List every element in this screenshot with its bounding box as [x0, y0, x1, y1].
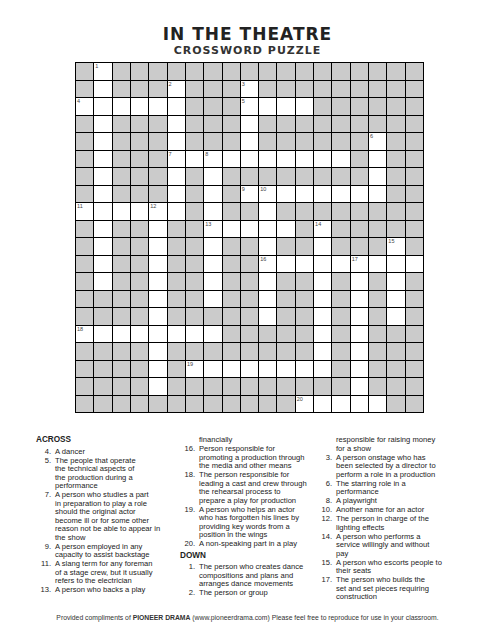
grid-cell-blocked: [204, 98, 221, 115]
grid-cell-open[interactable]: [296, 151, 313, 168]
grid-cell-open[interactable]: [94, 203, 111, 220]
grid-cell-open[interactable]: [351, 273, 368, 290]
grid-cell-open[interactable]: [241, 116, 258, 133]
grid-cell-open[interactable]: 20: [296, 396, 313, 413]
grid-cell-blocked: [296, 168, 313, 185]
grid-cell-blocked: [332, 221, 349, 238]
grid-cell-open[interactable]: [314, 326, 331, 343]
grid-cell-blocked: [387, 378, 404, 395]
grid-cell-open[interactable]: [149, 256, 166, 273]
grid-cell-blocked: [387, 63, 404, 80]
grid-cell-blocked: [223, 168, 240, 185]
grid-cell-open[interactable]: [332, 256, 349, 273]
grid-cell-blocked: [204, 378, 221, 395]
clue-number: 14: [315, 221, 321, 227]
grid-cell-open[interactable]: [186, 151, 203, 168]
grid-cell-open[interactable]: 6: [369, 133, 386, 150]
grid-cell-open[interactable]: [94, 256, 111, 273]
grid-cell-open[interactable]: [314, 238, 331, 255]
grid-cell-blocked: [277, 133, 294, 150]
clue-number: 10: [260, 186, 266, 192]
grid-cell-open[interactable]: [259, 151, 276, 168]
grid-cell-open[interactable]: [241, 151, 258, 168]
grid-cell-blocked: [259, 116, 276, 133]
grid-cell-open[interactable]: [241, 361, 258, 378]
grid-cell-blocked: [277, 308, 294, 325]
clue-item: 15.A person who escorts people totheir s…: [317, 559, 465, 576]
clue-item-number: 15.: [317, 559, 336, 576]
grid-cell-blocked: [241, 63, 258, 80]
grid-cell-open[interactable]: [204, 273, 221, 290]
grid-cell-blocked: [113, 151, 130, 168]
grid-cell-open[interactable]: [113, 98, 130, 115]
grid-cell-blocked: [259, 133, 276, 150]
grid-cell-blocked: [76, 133, 93, 150]
grid-cell-open[interactable]: 13: [204, 221, 221, 238]
grid-cell-open[interactable]: [204, 168, 221, 185]
grid-cell-blocked: [113, 133, 130, 150]
clue-item-number: 7.: [36, 491, 55, 542]
grid-cell-blocked: [223, 186, 240, 203]
grid-cell-open[interactable]: [149, 273, 166, 290]
grid-cell-open[interactable]: [369, 396, 386, 413]
grid-cell-blocked: [131, 378, 148, 395]
clue-item-number: 14.: [317, 533, 336, 559]
grid-cell-blocked: [131, 361, 148, 378]
grid-cell-blocked: [149, 186, 166, 203]
grid-cell-open[interactable]: [314, 256, 331, 273]
grid-cell-blocked: [332, 361, 349, 378]
grid-cell-open[interactable]: [314, 273, 331, 290]
clue-number: 18: [77, 326, 83, 332]
grid-cell-blocked: [94, 291, 111, 308]
grid-cell-blocked: [314, 81, 331, 98]
footer-credit: Provided compliments of PIONEER DRAMA (w…: [0, 614, 495, 621]
grid-cell-blocked: [241, 168, 258, 185]
grid-cell-blocked: [186, 168, 203, 185]
grid-cell-open[interactable]: [94, 238, 111, 255]
grid-cell-blocked: [223, 326, 240, 343]
grid-cell-open[interactable]: [332, 396, 349, 413]
clue-item-text: The people that operatethe technical asp…: [55, 457, 182, 491]
clue-item-number: 1.: [180, 563, 199, 589]
grid-cell-open[interactable]: [94, 326, 111, 343]
grid-cell-blocked: [94, 308, 111, 325]
clue-number: 4: [77, 98, 80, 104]
grid-cell-blocked: [406, 238, 423, 255]
grid-cell-open[interactable]: [223, 151, 240, 168]
grid-cell-open[interactable]: 5: [241, 98, 258, 115]
grid-cell-blocked: [314, 203, 331, 220]
grid-cell-open[interactable]: [296, 361, 313, 378]
grid-cell-blocked: [204, 81, 221, 98]
grid-cell-open[interactable]: [351, 378, 368, 395]
clue-item-number: 12.: [317, 515, 336, 532]
grid-cell-open[interactable]: [94, 186, 111, 203]
grid-cell-open[interactable]: [259, 98, 276, 115]
grid-cell-blocked: [296, 133, 313, 150]
grid-cell-open[interactable]: [387, 256, 404, 273]
grid-cell-blocked: [259, 343, 276, 360]
grid-cell-open[interactable]: [204, 291, 221, 308]
grid-cell-blocked: [406, 116, 423, 133]
grid-cell-open[interactable]: [149, 378, 166, 395]
grid-cell-blocked: [241, 378, 258, 395]
grid-cell-open[interactable]: [94, 133, 111, 150]
grid-cell-blocked: [223, 63, 240, 80]
grid-cell-open[interactable]: 7: [168, 151, 185, 168]
clue-item-number: 19.: [180, 506, 199, 540]
grid-cell-open[interactable]: [277, 186, 294, 203]
grid-cell-open[interactable]: 3: [241, 81, 258, 98]
clue-item-number: 20.: [180, 540, 199, 549]
grid-cell-open[interactable]: [204, 186, 221, 203]
grid-cell-open[interactable]: [277, 151, 294, 168]
grid-cell-blocked: [387, 116, 404, 133]
grid-cell-open[interactable]: [241, 221, 258, 238]
grid-cell-blocked: [332, 343, 349, 360]
grid-cell-open[interactable]: [314, 308, 331, 325]
grid-cell-open[interactable]: [94, 151, 111, 168]
grid-cell-blocked: [223, 378, 240, 395]
grid-cell-blocked: [332, 63, 349, 80]
grid-cell-blocked: [406, 81, 423, 98]
grid-cell-blocked: [406, 378, 423, 395]
grid-cell-open[interactable]: [314, 361, 331, 378]
grid-cell-open[interactable]: 14: [314, 221, 331, 238]
grid-cell-open[interactable]: [259, 361, 276, 378]
grid-cell-open[interactable]: [369, 256, 386, 273]
grid-cell-open[interactable]: [351, 291, 368, 308]
grid-cell-open[interactable]: [351, 186, 368, 203]
grid-cell-blocked: [168, 63, 185, 80]
clue-number: 7: [169, 151, 172, 157]
grid-cell-open[interactable]: [277, 361, 294, 378]
grid-cell-open[interactable]: 1: [94, 63, 111, 80]
grid-cell-open[interactable]: [149, 326, 166, 343]
clue-item: 17.The person who builds theset and set …: [317, 576, 465, 602]
clue-item: 4.A dancer: [36, 448, 182, 457]
grid-cell-blocked: [186, 273, 203, 290]
clue-item-text: Person responsible forpromoting a produc…: [199, 445, 318, 471]
clue-item: 9.A person employed in anycapacity to as…: [36, 543, 182, 560]
grid-cell-blocked: [314, 133, 331, 150]
grid-cell-open[interactable]: [131, 98, 148, 115]
grid-cell-open[interactable]: [149, 343, 166, 360]
grid-cell-open[interactable]: [351, 308, 368, 325]
grid-cell-open[interactable]: [204, 326, 221, 343]
grid-cell-open[interactable]: [332, 151, 349, 168]
grid-cell-open[interactable]: [204, 256, 221, 273]
grid-cell-blocked: [76, 63, 93, 80]
grid-cell-blocked: [186, 308, 203, 325]
grid-cell-blocked: [351, 98, 368, 115]
grid-cell-blocked: [277, 63, 294, 80]
grid-cell-blocked: [332, 238, 349, 255]
grid-cell-blocked: [296, 116, 313, 133]
grid-cell-blocked: [113, 63, 130, 80]
grid-cell-blocked: [277, 203, 294, 220]
grid-cell-blocked: [131, 273, 148, 290]
grid-cell-blocked: [387, 203, 404, 220]
grid-cell-open[interactable]: [168, 98, 185, 115]
grid-cell-open[interactable]: [259, 273, 276, 290]
clue-item: 20.A non-speaking part in a play: [180, 540, 318, 549]
grid-cell-blocked: [76, 186, 93, 203]
grid-cell-blocked: [259, 378, 276, 395]
grid-cell-blocked: [332, 273, 349, 290]
grid-cell-open[interactable]: [113, 203, 130, 220]
clue-item-text: A person who escorts people totheir seat…: [336, 559, 465, 576]
grid-cell-open[interactable]: 11: [76, 203, 93, 220]
grid-cell-blocked: [296, 343, 313, 360]
grid-cell-blocked: [76, 238, 93, 255]
grid-cell-blocked: [186, 396, 203, 413]
grid-cell-blocked: [168, 308, 185, 325]
grid-cell-open[interactable]: 4: [76, 98, 93, 115]
grid-cell-open[interactable]: [168, 203, 185, 220]
grid-cell-open[interactable]: [406, 256, 423, 273]
grid-cell-open[interactable]: 16: [259, 256, 276, 273]
grid-cell-blocked: [113, 238, 130, 255]
grid-cell-blocked: [149, 168, 166, 185]
grid-cell-blocked: [168, 378, 185, 395]
grid-cell-blocked: [241, 256, 258, 273]
grid-cell-open[interactable]: [168, 168, 185, 185]
grid-cell-blocked: [204, 343, 221, 360]
grid-cell-open[interactable]: [94, 81, 111, 98]
grid-cell-open[interactable]: [149, 361, 166, 378]
footer-post: (www.pioneerdrama.com) Please feel free …: [190, 614, 438, 621]
grid-cell-open[interactable]: [223, 221, 240, 238]
grid-cell-open[interactable]: [369, 168, 386, 185]
clue-item: 14.A person who performs aservice willin…: [317, 533, 465, 559]
grid-cell-blocked: [168, 238, 185, 255]
grid-cell-open[interactable]: [277, 221, 294, 238]
grid-cell-blocked: [186, 81, 203, 98]
clue-item-number: 11.: [36, 560, 55, 586]
grid-cell-open[interactable]: [131, 326, 148, 343]
grid-cell-blocked: [406, 361, 423, 378]
grid-cell-blocked: [223, 308, 240, 325]
grid-cell-blocked: [387, 326, 404, 343]
grid-cell-open[interactable]: [351, 326, 368, 343]
grid-cell-open[interactable]: [186, 326, 203, 343]
grid-cell-open[interactable]: [149, 238, 166, 255]
grid-cell-open[interactable]: [351, 361, 368, 378]
grid-cell-blocked: [369, 326, 386, 343]
grid-cell-blocked: [131, 81, 148, 98]
grid-cell-blocked: [76, 343, 93, 360]
grid-cell-open[interactable]: [351, 343, 368, 360]
grid-cell-open[interactable]: [204, 238, 221, 255]
grid-cell-open[interactable]: [149, 308, 166, 325]
grid-cell-blocked: [76, 308, 93, 325]
grid-cell-blocked: [223, 81, 240, 98]
grid-cell-open[interactable]: 17: [351, 256, 368, 273]
grid-cell-blocked: [241, 326, 258, 343]
grid-cell-open[interactable]: [168, 116, 185, 133]
grid-cell-open[interactable]: 15: [387, 238, 404, 255]
grid-cell-blocked: [406, 396, 423, 413]
grid-cell-open[interactable]: 8: [204, 151, 221, 168]
grid-cell-blocked: [369, 63, 386, 80]
grid-cell-open[interactable]: [296, 256, 313, 273]
grid-cell-open[interactable]: [149, 291, 166, 308]
grid-cell-open[interactable]: [332, 186, 349, 203]
clue-item-text: A non-speaking part in a play: [199, 540, 318, 549]
grid-cell-blocked: [351, 203, 368, 220]
grid-cell-open[interactable]: [168, 133, 185, 150]
clue-item-text: A person who performs aservice willingly…: [336, 533, 465, 559]
grid-cell-open[interactable]: [204, 361, 221, 378]
grid-cell-open[interactable]: [387, 308, 404, 325]
grid-cell-blocked: [387, 81, 404, 98]
grid-cell-open[interactable]: [351, 396, 368, 413]
grid-cell-open[interactable]: 2: [168, 81, 185, 98]
grid-cell-open[interactable]: [277, 256, 294, 273]
grid-cell-open[interactable]: [113, 326, 130, 343]
grid-cell-open[interactable]: [259, 221, 276, 238]
clue-item: 16.Person responsible forpromoting a pro…: [180, 445, 318, 471]
grid-cell-blocked: [76, 256, 93, 273]
grid-cell-blocked: [406, 168, 423, 185]
clue-number: 2: [169, 81, 172, 87]
grid-cell-blocked: [131, 221, 148, 238]
grid-cell-blocked: [131, 116, 148, 133]
grid-cell-blocked: [149, 116, 166, 133]
grid-cell-open[interactable]: [369, 151, 386, 168]
grid-cell-open[interactable]: [314, 186, 331, 203]
grid-cell-blocked: [332, 133, 349, 150]
clue-item: 3.A person onstage who hasbeen selected …: [317, 454, 465, 480]
grid-cell-blocked: [76, 81, 93, 98]
grid-cell-blocked: [223, 343, 240, 360]
clue-item-text: A person employed in anycapacity to assi…: [55, 543, 182, 560]
clue-item-number: 9.: [36, 543, 55, 560]
grid-cell-blocked: [387, 361, 404, 378]
grid-cell-open[interactable]: 9: [241, 186, 258, 203]
grid-cell-open[interactable]: [387, 273, 404, 290]
grid-cell-open[interactable]: [223, 361, 240, 378]
grid-cell-blocked: [186, 378, 203, 395]
grid-cell-open[interactable]: [369, 186, 386, 203]
grid-cell-blocked: [369, 81, 386, 98]
grid-cell-blocked: [186, 343, 203, 360]
grid-cell-blocked: [351, 81, 368, 98]
page-title: IN THE THEATRE: [0, 24, 495, 44]
grid-cell-blocked: [259, 168, 276, 185]
grid-cell-blocked: [113, 361, 130, 378]
grid-cell-blocked: [277, 168, 294, 185]
grid-cell-open[interactable]: 10: [259, 186, 276, 203]
grid-cell-open[interactable]: [259, 291, 276, 308]
grid-cell-blocked: [186, 221, 203, 238]
grid-cell-blocked: [131, 133, 148, 150]
grid-cell-blocked: [186, 186, 203, 203]
grid-cell-blocked: [149, 63, 166, 80]
grid-cell-blocked: [186, 133, 203, 150]
grid-cell-blocked: [277, 116, 294, 133]
grid-cell-open[interactable]: [314, 343, 331, 360]
grid-cell-open[interactable]: [259, 238, 276, 255]
grid-cell-blocked: [204, 63, 221, 80]
grid-cell-open[interactable]: [168, 186, 185, 203]
grid-cell-open[interactable]: [277, 98, 294, 115]
grid-cell-open[interactable]: [94, 273, 111, 290]
clue-section-header: ACROSS: [36, 436, 182, 445]
grid-cell-blocked: [351, 63, 368, 80]
grid-cell-blocked: [76, 116, 93, 133]
grid-cell-open[interactable]: [259, 203, 276, 220]
grid-cell-blocked: [406, 203, 423, 220]
grid-cell-blocked: [76, 361, 93, 378]
grid-cell-blocked: [406, 133, 423, 150]
grid-cell-open[interactable]: [296, 98, 313, 115]
grid-cell-open[interactable]: [296, 186, 313, 203]
grid-cell-blocked: [94, 396, 111, 413]
grid-cell-blocked: [259, 63, 276, 80]
grid-cell-blocked: [186, 256, 203, 273]
grid-cell-open[interactable]: [94, 116, 111, 133]
grid-cell-blocked: [406, 343, 423, 360]
grid-cell-blocked: [296, 378, 313, 395]
grid-cell-blocked: [369, 203, 386, 220]
grid-cell-open[interactable]: [94, 98, 111, 115]
grid-cell-open[interactable]: [387, 291, 404, 308]
grid-cell-blocked: [314, 168, 331, 185]
grid-cell-blocked: [223, 396, 240, 413]
page-subtitle: CROSSWORD PUZZLE: [0, 44, 495, 57]
grid-cell-open[interactable]: [94, 168, 111, 185]
grid-cell-blocked: [131, 291, 148, 308]
grid-cell-blocked: [168, 273, 185, 290]
grid-cell-open[interactable]: 18: [76, 326, 93, 343]
grid-cell-blocked: [296, 273, 313, 290]
grid-cell-blocked: [113, 308, 130, 325]
grid-cell-blocked: [241, 308, 258, 325]
clue-number: 8: [205, 151, 208, 157]
clue-item: 18.The person responsible forleading a c…: [180, 471, 318, 505]
grid-cell-open[interactable]: 19: [186, 361, 203, 378]
grid-cell-open[interactable]: [149, 98, 166, 115]
grid-cell-blocked: [277, 378, 294, 395]
footer-brand: PIONEER DRAMA: [133, 614, 191, 621]
grid-cell-open[interactable]: [204, 203, 221, 220]
grid-cell-open[interactable]: [94, 221, 111, 238]
grid-cell-blocked: [296, 291, 313, 308]
grid-cell-open[interactable]: [149, 221, 166, 238]
grid-cell-blocked: [131, 396, 148, 413]
grid-cell-open[interactable]: [314, 151, 331, 168]
grid-cell-open[interactable]: 12: [149, 203, 166, 220]
grid-cell-blocked: [406, 326, 423, 343]
grid-cell-blocked: [296, 326, 313, 343]
grid-cell-open[interactable]: [314, 291, 331, 308]
grid-cell-open[interactable]: [241, 133, 258, 150]
grid-cell-open[interactable]: [168, 326, 185, 343]
grid-cell-blocked: [113, 291, 130, 308]
clue-number: 20: [297, 396, 303, 402]
grid-cell-blocked: [186, 291, 203, 308]
grid-cell-blocked: [186, 238, 203, 255]
clue-number: 13: [205, 221, 211, 227]
grid-cell-open[interactable]: [131, 203, 148, 220]
grid-cell-open[interactable]: [259, 308, 276, 325]
grid-cell-blocked: [168, 361, 185, 378]
clue-item: 13.A person who backs a play: [36, 586, 182, 595]
grid-cell-open[interactable]: [314, 396, 331, 413]
